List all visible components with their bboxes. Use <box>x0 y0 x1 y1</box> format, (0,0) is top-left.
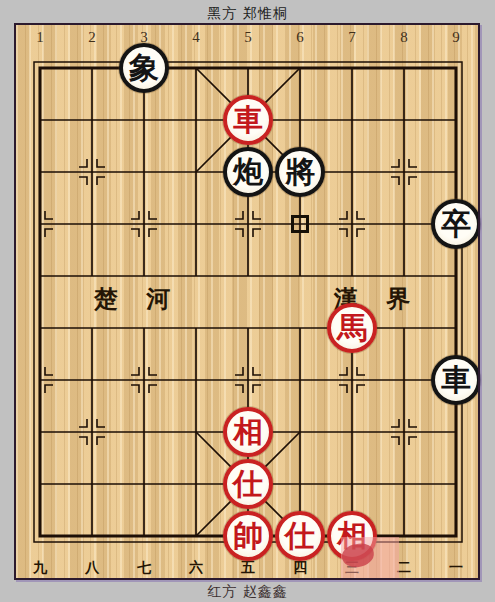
file-cnumber-2: 八 <box>81 559 103 577</box>
file-number-9: 9 <box>445 29 467 46</box>
file-number-7: 7 <box>341 29 363 46</box>
file-number-8: 8 <box>393 29 415 46</box>
piece-red-advisor-2[interactable]: 仕 <box>275 511 325 561</box>
file-cnumber-9: 一 <box>445 559 467 577</box>
file-cnumber-3: 七 <box>133 559 155 577</box>
piece-red-general[interactable]: 帥 <box>223 511 273 561</box>
file-cnumber-6: 四 <box>289 559 311 577</box>
piece-red-elephant-1[interactable]: 相 <box>223 407 273 457</box>
file-number-6: 6 <box>289 29 311 46</box>
red-player-label: 红方 赵鑫鑫 <box>0 583 495 601</box>
file-cnumber-4: 六 <box>185 559 207 577</box>
piece-black-cannon[interactable]: 炮 <box>223 147 273 197</box>
river-label-chu-he: 楚 河 <box>94 283 180 315</box>
xiangqi-board[interactable]: 楚 河 漢 界 123456789 九八七六五四三二一 象車炮將卒馬車相仕帥仕相 <box>16 25 478 578</box>
file-number-4: 4 <box>185 29 207 46</box>
file-number-2: 2 <box>81 29 103 46</box>
file-cnumber-1: 九 <box>29 559 51 577</box>
piece-black-soldier[interactable]: 卒 <box>431 199 481 249</box>
file-number-1: 1 <box>29 29 51 46</box>
black-player-label: 黑方 郑惟桐 <box>0 5 495 23</box>
piece-red-horse[interactable]: 馬 <box>327 303 377 353</box>
piece-black-general[interactable]: 將 <box>275 147 325 197</box>
piece-red-chariot[interactable]: 車 <box>223 95 273 145</box>
piece-red-advisor-1[interactable]: 仕 <box>223 459 273 509</box>
piece-black-chariot[interactable]: 車 <box>431 355 481 405</box>
piece-black-elephant[interactable]: 象 <box>119 43 169 93</box>
file-cnumber-5: 五 <box>237 559 259 577</box>
last-move-origin-marker <box>291 215 309 233</box>
file-number-5: 5 <box>237 29 259 46</box>
